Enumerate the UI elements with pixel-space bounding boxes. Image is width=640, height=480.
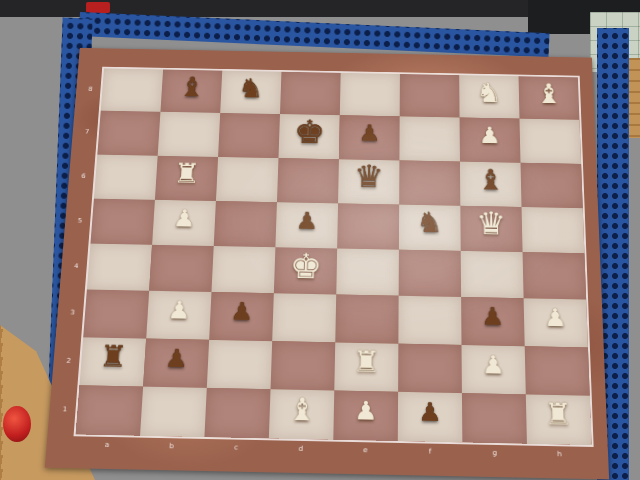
square-g6[interactable]: ♝ (460, 161, 522, 207)
square-a5[interactable] (90, 198, 154, 244)
square-b3[interactable]: ♟ (146, 291, 211, 339)
rank-label-6: 6 (80, 154, 88, 198)
white-rook-e2[interactable]: ♜ (353, 347, 381, 377)
square-g1[interactable] (462, 393, 527, 444)
square-e6[interactable]: ♛ (338, 159, 399, 205)
square-f6[interactable] (399, 160, 460, 206)
square-a1[interactable] (76, 385, 143, 436)
file-label-a: a (75, 440, 140, 449)
white-knight-g8[interactable]: ♞ (476, 79, 502, 106)
rank-label-5: 5 (76, 198, 84, 243)
square-c5[interactable] (214, 201, 277, 247)
square-e3[interactable] (335, 295, 398, 344)
square-c4[interactable] (211, 246, 275, 293)
file-label-e: e (333, 446, 398, 455)
file-label-f: f (398, 447, 463, 456)
file-label-d: d (268, 444, 333, 453)
square-e8[interactable] (340, 73, 400, 117)
square-e5[interactable] (337, 203, 399, 249)
square-b7[interactable] (158, 112, 220, 157)
white-pawn-b3[interactable]: ♟ (167, 298, 191, 323)
white-rook-h1[interactable]: ♜ (544, 399, 573, 430)
square-d3[interactable] (272, 293, 336, 341)
square-f7[interactable] (399, 117, 460, 162)
rank-label-4: 4 (72, 243, 80, 289)
rank-label-3: 3 (68, 289, 76, 336)
square-c2[interactable] (207, 339, 272, 389)
file-label-g: g (462, 448, 527, 457)
square-g5[interactable]: ♛ (460, 206, 522, 253)
square-h1[interactable]: ♜ (526, 394, 592, 445)
file-label-c: c (204, 443, 269, 452)
square-f8[interactable] (400, 74, 460, 118)
square-h6[interactable] (520, 162, 582, 208)
square-h8[interactable]: ♝ (519, 76, 580, 120)
white-king-d4[interactable]: ♚ (289, 249, 322, 284)
square-c3[interactable]: ♟ (209, 292, 274, 340)
chess-board-grid: ♝♞♞♝♚♟♟♜♛♝♟♟♞♛♚♟♟♟♟♜♟♜♟♝♟♟♜ (76, 68, 592, 445)
square-d4[interactable]: ♚ (274, 247, 337, 294)
square-e2[interactable]: ♜ (334, 342, 398, 392)
file-label-h: h (527, 450, 592, 459)
square-h4[interactable] (523, 252, 587, 300)
red-object-top-left (86, 2, 110, 13)
square-a4[interactable] (87, 244, 152, 291)
photo-scene: 87654321 abcdefgh ♝♞♞♝♚♟♟♜♛♝♟♟♞♛♚♟♟♟♟♜♟♜… (0, 0, 640, 480)
square-c7[interactable] (218, 113, 280, 158)
square-c6[interactable] (216, 157, 279, 202)
dark-pawn-c3[interactable]: ♟ (230, 299, 254, 324)
dark-king-d7[interactable]: ♚ (293, 116, 325, 148)
dark-bishop-b8[interactable]: ♝ (178, 73, 206, 101)
dark-queen-e6[interactable]: ♛ (354, 161, 384, 192)
board-play-area: ♝♞♞♝♚♟♟♜♛♝♟♟♞♛♚♟♟♟♟♜♟♜♟♝♟♟♜ (74, 67, 594, 447)
square-g7[interactable]: ♟ (460, 118, 521, 163)
dark-pawn-e7[interactable]: ♟ (358, 122, 380, 145)
square-f4[interactable] (399, 250, 461, 298)
square-e1[interactable]: ♟ (333, 390, 398, 441)
white-pawn-g7[interactable]: ♟ (479, 124, 501, 147)
dark-pawn-d5[interactable]: ♟ (295, 209, 318, 233)
square-h3[interactable]: ♟ (524, 298, 588, 347)
square-f1[interactable]: ♟ (398, 392, 463, 443)
dark-pawn-g3[interactable]: ♟ (481, 304, 504, 329)
square-b1[interactable] (140, 386, 207, 437)
square-d7[interactable]: ♚ (278, 114, 339, 159)
square-d1[interactable]: ♝ (269, 389, 334, 440)
rank-label-8: 8 (87, 68, 95, 111)
white-bishop-d1[interactable]: ♝ (287, 393, 317, 425)
square-f2[interactable] (398, 343, 462, 393)
dark-pawn-b2[interactable]: ♟ (164, 345, 188, 370)
white-pawn-e1[interactable]: ♟ (354, 398, 378, 424)
dark-knight-c8[interactable]: ♞ (238, 75, 265, 102)
red-disc-object (3, 406, 31, 442)
square-a6[interactable] (94, 154, 158, 199)
square-b5[interactable]: ♟ (152, 200, 216, 246)
square-b8[interactable]: ♝ (160, 70, 222, 114)
white-pawn-g2[interactable]: ♟ (482, 352, 506, 377)
square-h5[interactable] (522, 207, 585, 254)
white-rook-b6[interactable]: ♜ (173, 160, 201, 188)
square-h2[interactable] (525, 346, 590, 396)
square-g4[interactable] (461, 251, 524, 299)
chess-board: 87654321 abcdefgh ♝♞♞♝♚♟♟♜♛♝♟♟♞♛♚♟♟♟♟♜♟♜… (45, 48, 609, 479)
square-f5[interactable]: ♞ (399, 204, 461, 251)
square-g2[interactable]: ♟ (462, 345, 526, 395)
white-pawn-h3[interactable]: ♟ (544, 306, 568, 331)
white-pawn-b5[interactable]: ♟ (173, 206, 197, 230)
rank-label-1: 1 (61, 385, 69, 434)
square-b4[interactable] (149, 245, 214, 292)
rank-label-2: 2 (65, 337, 73, 385)
square-f3[interactable] (398, 296, 461, 345)
file-label-b: b (139, 442, 204, 451)
square-a3[interactable] (83, 290, 149, 338)
white-bishop-h8[interactable]: ♝ (535, 80, 563, 108)
square-g8[interactable]: ♞ (459, 75, 519, 119)
white-queen-g5[interactable]: ♛ (476, 208, 507, 240)
square-e4[interactable] (336, 248, 399, 295)
dark-knight-f5[interactable]: ♞ (416, 209, 443, 237)
square-a7[interactable] (97, 111, 160, 155)
square-a8[interactable] (101, 68, 163, 112)
square-b6[interactable]: ♜ (155, 155, 218, 200)
square-d8[interactable] (280, 72, 341, 116)
square-c8[interactable]: ♞ (220, 71, 281, 115)
dark-rook-a2[interactable]: ♜ (99, 342, 129, 372)
square-g3[interactable]: ♟ (461, 297, 525, 346)
rank-label-7: 7 (83, 111, 91, 154)
square-d2[interactable] (271, 341, 336, 391)
dark-pawn-f1[interactable]: ♟ (418, 399, 441, 425)
square-e7[interactable]: ♟ (339, 115, 400, 160)
dark-bishop-g6[interactable]: ♝ (477, 165, 505, 194)
square-h7[interactable] (519, 119, 581, 164)
square-a2[interactable]: ♜ (79, 337, 146, 386)
square-d6[interactable] (277, 158, 339, 204)
square-c1[interactable] (204, 388, 270, 439)
square-b2[interactable]: ♟ (143, 338, 209, 388)
square-d5[interactable]: ♟ (275, 202, 338, 248)
